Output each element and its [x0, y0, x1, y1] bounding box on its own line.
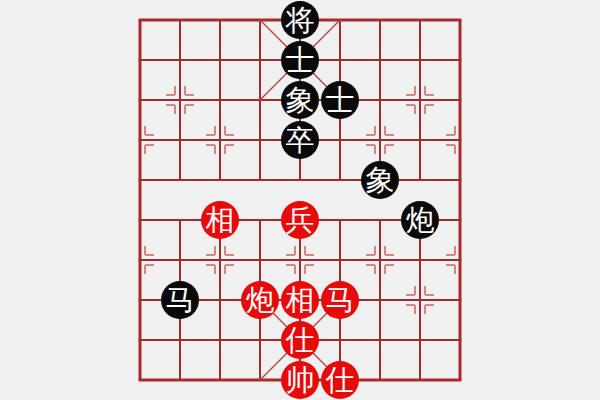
piece-black-elephant[interactable]: 象 — [361, 161, 399, 199]
piece-black-advisor[interactable]: 士 — [321, 81, 359, 119]
piece-red-elephant[interactable]: 相 — [281, 281, 319, 319]
piece-black-cannon[interactable]: 炮 — [401, 201, 439, 239]
screen: 将士象士卒象炮马相兵炮相马仕帅仕 — [0, 0, 600, 400]
piece-red-cannon[interactable]: 炮 — [241, 281, 279, 319]
piece-black-soldier[interactable]: 卒 — [281, 121, 319, 159]
piece-red-soldier[interactable]: 兵 — [281, 201, 319, 239]
piece-black-elephant[interactable]: 象 — [281, 81, 319, 119]
piece-black-general[interactable]: 将 — [281, 1, 319, 39]
piece-black-horse[interactable]: 马 — [161, 281, 199, 319]
piece-black-advisor[interactable]: 士 — [281, 41, 319, 79]
piece-red-advisor[interactable]: 仕 — [281, 321, 319, 359]
piece-red-advisor[interactable]: 仕 — [321, 361, 359, 399]
xiangqi-board[interactable]: 将士象士卒象炮马相兵炮相马仕帅仕 — [120, 0, 480, 400]
piece-red-general[interactable]: 帅 — [281, 361, 319, 399]
piece-red-horse[interactable]: 马 — [321, 281, 359, 319]
piece-red-elephant[interactable]: 相 — [201, 201, 239, 239]
